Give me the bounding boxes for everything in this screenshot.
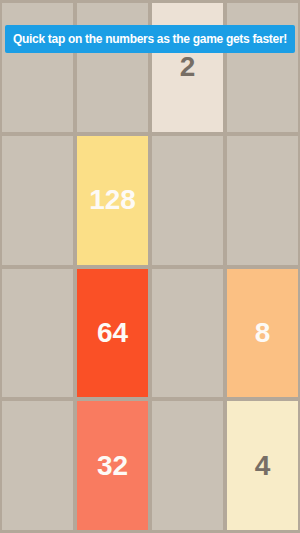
tile-64[interactable]: 64 — [77, 269, 148, 398]
empty-cell-r1c1 — [2, 3, 73, 132]
board-grid[interactable]: 2128648324 — [0, 0, 300, 533]
empty-cell-r2c3 — [152, 136, 223, 265]
empty-cell-r1c4 — [227, 3, 298, 132]
tile-2[interactable]: 2 — [152, 3, 223, 132]
empty-cell-r3c3 — [152, 269, 223, 398]
tile-8[interactable]: 8 — [227, 269, 298, 398]
empty-cell-r2c1 — [2, 136, 73, 265]
empty-cell-r3c1 — [2, 269, 73, 398]
empty-cell-r4c1 — [2, 401, 73, 530]
empty-cell-r4c3 — [152, 401, 223, 530]
empty-cell-r1c2 — [77, 3, 148, 132]
hint-banner: Quick tap on the numbers as the game get… — [5, 25, 295, 53]
tile-32[interactable]: 32 — [77, 401, 148, 530]
hint-banner-text: Quick tap on the numbers as the game get… — [13, 32, 287, 46]
tile-128[interactable]: 128 — [77, 136, 148, 265]
game-screen: 2128648324 Quick tap on the numbers as t… — [0, 0, 300, 533]
empty-cell-r2c4 — [227, 136, 298, 265]
tile-4[interactable]: 4 — [227, 401, 298, 530]
